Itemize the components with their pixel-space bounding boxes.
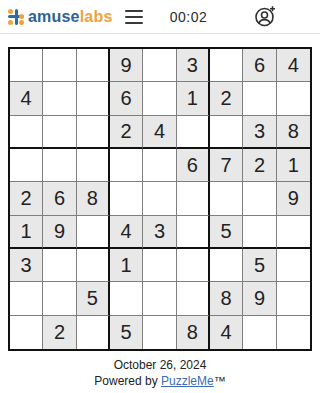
sudoku-cell-r1c8[interactable]: 6 <box>243 49 276 82</box>
sudoku-cell-r2c2[interactable] <box>43 82 76 115</box>
sudoku-cell-r9c6[interactable]: 8 <box>177 316 210 349</box>
sudoku-cell-r1c4[interactable]: 9 <box>110 49 143 82</box>
sudoku-cell-r3c4[interactable]: 2 <box>110 116 143 149</box>
sudoku-cell-r4c4[interactable] <box>110 149 143 182</box>
sudoku-cell-r1c2[interactable] <box>43 49 76 82</box>
sudoku-cell-r5c2[interactable]: 6 <box>43 182 76 215</box>
sudoku-cell-r5c5[interactable] <box>143 182 176 215</box>
logo-text-amuse: amuse <box>28 8 80 26</box>
sudoku-cell-r2c9[interactable] <box>277 82 310 115</box>
sudoku-cell-r1c7[interactable] <box>210 49 243 82</box>
sudoku-cell-r9c3[interactable] <box>77 316 110 349</box>
timer: 00:02 <box>167 9 211 25</box>
header: amuselabs 00:02 <box>0 0 320 34</box>
sudoku-cell-r8c2[interactable] <box>43 282 76 315</box>
sudoku-cell-r4c5[interactable] <box>143 149 176 182</box>
sudoku-cell-r5c3[interactable]: 8 <box>77 182 110 215</box>
sudoku-cell-r2c6[interactable]: 1 <box>177 82 210 115</box>
sudoku-cell-r6c5[interactable]: 3 <box>143 216 176 249</box>
sudoku-cell-r4c9[interactable]: 1 <box>277 149 310 182</box>
sudoku-cell-r6c2[interactable]: 9 <box>43 216 76 249</box>
sudoku-cell-r5c6[interactable] <box>177 182 210 215</box>
sudoku-cell-r2c5[interactable] <box>143 82 176 115</box>
sudoku-cell-r3c7[interactable] <box>210 116 243 149</box>
board-area: 93644612243867212689194353155892584 <box>0 34 320 351</box>
sudoku-cell-r3c8[interactable]: 3 <box>243 116 276 149</box>
sudoku-cell-r3c5[interactable]: 4 <box>143 116 176 149</box>
sudoku-cell-r4c7[interactable]: 7 <box>210 149 243 182</box>
sudoku-cell-r7c5[interactable] <box>143 249 176 282</box>
trademark: ™ <box>214 374 226 388</box>
sudoku-cell-r4c3[interactable] <box>77 149 110 182</box>
powered-by: Powered by PuzzleMe™ <box>0 373 320 389</box>
sudoku-cell-r9c5[interactable] <box>143 316 176 349</box>
sudoku-cell-r9c2[interactable]: 2 <box>43 316 76 349</box>
sudoku-cell-r7c3[interactable] <box>77 249 110 282</box>
sudoku-cell-r2c3[interactable] <box>77 82 110 115</box>
sudoku-cell-r7c9[interactable] <box>277 249 310 282</box>
sudoku-cell-r4c8[interactable]: 2 <box>243 149 276 182</box>
sudoku-cell-r3c1[interactable] <box>10 116 43 149</box>
powered-by-text: Powered by <box>94 374 161 388</box>
footer: October 26, 2024 Powered by PuzzleMe™ <box>0 357 320 389</box>
puzzleme-sudoku-page: amuselabs 00:02 936446122438672126891943… <box>0 0 320 393</box>
sudoku-cell-r7c2[interactable] <box>43 249 76 282</box>
sudoku-cell-r6c4[interactable]: 4 <box>110 216 143 249</box>
sudoku-cell-r6c3[interactable] <box>77 216 110 249</box>
sudoku-cell-r8c9[interactable] <box>277 282 310 315</box>
sudoku-cell-r7c6[interactable] <box>177 249 210 282</box>
sudoku-cell-r1c9[interactable]: 4 <box>277 49 310 82</box>
sudoku-cell-r7c1[interactable]: 3 <box>10 249 43 282</box>
menu-icon[interactable] <box>125 8 143 26</box>
sudoku-cell-r9c8[interactable] <box>243 316 276 349</box>
sudoku-cell-r9c7[interactable]: 4 <box>210 316 243 349</box>
sudoku-cell-r6c6[interactable] <box>177 216 210 249</box>
sudoku-cell-r5c8[interactable] <box>243 182 276 215</box>
sudoku-cell-r1c6[interactable]: 3 <box>177 49 210 82</box>
sudoku-cell-r2c4[interactable]: 6 <box>110 82 143 115</box>
sudoku-cell-r5c7[interactable] <box>210 182 243 215</box>
puzzle-date: October 26, 2024 <box>0 357 320 373</box>
amuselabs-logo-icon <box>8 9 24 25</box>
sudoku-cell-r2c1[interactable]: 4 <box>10 82 43 115</box>
amuselabs-logo[interactable]: amuselabs <box>8 8 113 26</box>
logo-text-labs: labs <box>80 8 113 26</box>
sudoku-cell-r3c3[interactable] <box>77 116 110 149</box>
sudoku-cell-r6c1[interactable]: 1 <box>10 216 43 249</box>
sudoku-cell-r8c5[interactable] <box>143 282 176 315</box>
sudoku-cell-r9c9[interactable] <box>277 316 310 349</box>
sudoku-cell-r7c4[interactable]: 1 <box>110 249 143 282</box>
sudoku-cell-r8c4[interactable] <box>110 282 143 315</box>
sudoku-cell-r5c1[interactable]: 2 <box>10 182 43 215</box>
sudoku-cell-r8c6[interactable] <box>177 282 210 315</box>
sudoku-cell-r9c4[interactable]: 5 <box>110 316 143 349</box>
sudoku-cell-r9c1[interactable] <box>10 316 43 349</box>
sudoku-cell-r2c7[interactable]: 2 <box>210 82 243 115</box>
sudoku-cell-r5c9[interactable]: 9 <box>277 182 310 215</box>
sudoku-cell-r4c6[interactable]: 6 <box>177 149 210 182</box>
sudoku-cell-r3c9[interactable]: 8 <box>277 116 310 149</box>
sudoku-cell-r3c6[interactable] <box>177 116 210 149</box>
sudoku-cell-r3c2[interactable] <box>43 116 76 149</box>
sudoku-board[interactable]: 93644612243867212689194353155892584 <box>8 47 312 351</box>
sudoku-cell-r5c4[interactable] <box>110 182 143 215</box>
sudoku-cell-r7c8[interactable]: 5 <box>243 249 276 282</box>
sudoku-cell-r8c3[interactable]: 5 <box>77 282 110 315</box>
sudoku-cell-r1c1[interactable] <box>10 49 43 82</box>
sudoku-cell-r6c8[interactable] <box>243 216 276 249</box>
sudoku-cell-r1c5[interactable] <box>143 49 176 82</box>
sudoku-cell-r8c7[interactable]: 8 <box>210 282 243 315</box>
add-user-icon[interactable] <box>253 5 277 29</box>
puzzleme-link[interactable]: PuzzleMe <box>161 374 214 388</box>
sudoku-cell-r4c2[interactable] <box>43 149 76 182</box>
sudoku-cell-r7c7[interactable] <box>210 249 243 282</box>
sudoku-cell-r6c7[interactable]: 5 <box>210 216 243 249</box>
sudoku-cell-r8c8[interactable]: 9 <box>243 282 276 315</box>
sudoku-cell-r2c8[interactable] <box>243 82 276 115</box>
sudoku-cell-r6c9[interactable] <box>277 216 310 249</box>
sudoku-cell-r4c1[interactable] <box>10 149 43 182</box>
sudoku-cell-r8c1[interactable] <box>10 282 43 315</box>
sudoku-cell-r1c3[interactable] <box>77 49 110 82</box>
